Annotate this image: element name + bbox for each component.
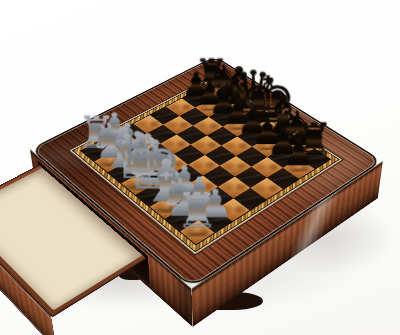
- black-pawn-h7[interactable]: ♟: [282, 134, 315, 171]
- white-rook-h1[interactable]: ♜: [176, 187, 219, 235]
- chess-set-product-photo: ♜♞♝♛♚♝♞♜♟♟♟♟♟♟♟♟♟♟♟♟♟♟♟♟♜♞♝♛♚♝♞♜: [0, 0, 400, 335]
